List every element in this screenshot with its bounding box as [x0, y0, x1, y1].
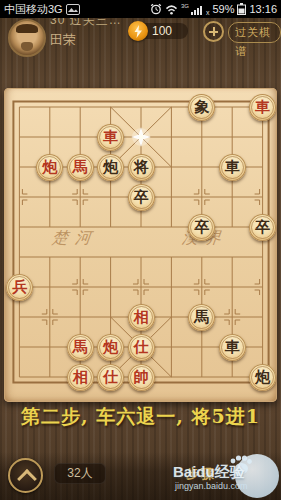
signal-bars-icon: [191, 4, 203, 15]
watermark-domain: jingyan.baidu.com: [175, 481, 248, 491]
piece-red-相[interactable]: 相: [67, 364, 94, 391]
piece-black-卒[interactable]: 卒: [128, 184, 155, 211]
piece-black-炮[interactable]: 炮: [249, 364, 276, 391]
energy-value: 100: [152, 24, 172, 38]
battery-percent: 59%: [212, 3, 234, 15]
move-instruction: 第二步, 车六退一, 将5进1: [0, 404, 281, 430]
watermark-brand: Baidu经验: [173, 463, 245, 482]
piece-red-相[interactable]: 相: [128, 304, 155, 331]
piece-red-兵[interactable]: 兵: [6, 274, 33, 301]
opponent-name: 田荣: [50, 31, 76, 49]
piece-red-帥[interactable]: 帥: [128, 364, 155, 391]
xiangqi-board[interactable]: 楚河 漢界 象車車炮馬炮将車卒卒卒兵相馬馬炮仕車相仕帥炮: [4, 88, 277, 402]
piece-red-車[interactable]: 車: [249, 94, 276, 121]
expand-panel-button[interactable]: [8, 458, 43, 493]
carrier-label: 中国移动3G: [4, 2, 63, 17]
online-count-badge: 32人: [54, 463, 106, 484]
piece-black-馬[interactable]: 馬: [188, 304, 215, 331]
piece-black-車[interactable]: 車: [219, 334, 246, 361]
battery-icon: [237, 3, 246, 15]
piece-red-炮[interactable]: 炮: [36, 154, 63, 181]
net-x-badge: x: [206, 9, 210, 16]
stage-records-button[interactable]: 过关棋谱: [228, 22, 281, 43]
piece-black-象[interactable]: 象: [188, 94, 215, 121]
chevron-up-icon: [17, 469, 37, 489]
add-energy-button[interactable]: [203, 21, 224, 42]
piece-red-炮[interactable]: 炮: [97, 334, 124, 361]
net-3g-badge: 3G: [181, 3, 189, 9]
energy-counter: 100: [128, 22, 188, 40]
piece-red-仕[interactable]: 仕: [128, 334, 155, 361]
bottom-bar: 32人 步骤 Baidu经验 jingyan.baidu.com: [0, 452, 281, 500]
app-screen: 中国移动3G 3G x: [0, 0, 281, 500]
river-label-chu: 楚河: [51, 228, 99, 249]
screenshot-icon: [66, 4, 80, 15]
clock-time: 13:16: [249, 3, 277, 15]
piece-red-馬[interactable]: 馬: [67, 334, 94, 361]
baidu-jingyan-watermark: Baidu经验 jingyan.baidu.com: [171, 452, 281, 500]
piece-red-仕[interactable]: 仕: [97, 364, 124, 391]
alarm-icon: [150, 3, 162, 15]
piece-black-炮[interactable]: 炮: [97, 154, 124, 181]
piece-black-車[interactable]: 車: [219, 154, 246, 181]
lightning-icon: [128, 21, 148, 41]
game-header: 30 过关三… 田荣 100 过关棋谱: [0, 18, 281, 88]
piece-black-卒[interactable]: 卒: [188, 214, 215, 241]
piece-black-卒[interactable]: 卒: [249, 214, 276, 241]
piece-red-馬[interactable]: 馬: [67, 154, 94, 181]
status-bar: 中国移动3G 3G x: [0, 0, 281, 18]
opponent-avatar[interactable]: [8, 19, 46, 57]
piece-black-将[interactable]: 将: [128, 154, 155, 181]
wifi-icon: [165, 4, 178, 15]
piece-red-車[interactable]: 車: [97, 124, 124, 151]
